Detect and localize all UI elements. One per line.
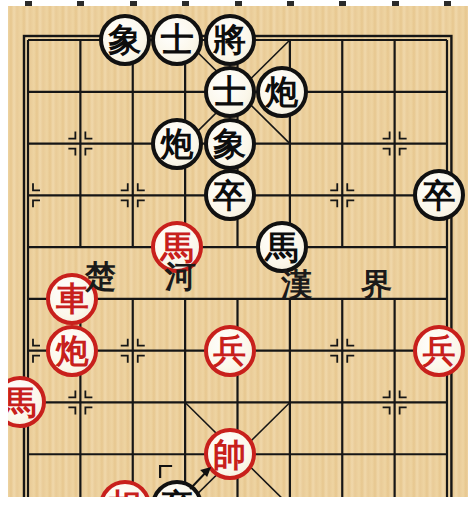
piece-glyph: 炮 [265, 75, 298, 108]
piece-black-elephant[interactable]: 象 [204, 118, 256, 170]
piece-glyph: 象 [108, 23, 141, 56]
xiangqi-board[interactable]: 象士將士炮炮象卒卒馬卒馬車炮兵兵馬帥相 楚 河 漢 界 [8, 6, 468, 497]
piece-black-advisor[interactable]: 士 [151, 14, 203, 66]
piece-black-cannon[interactable]: 炮 [256, 66, 308, 118]
piece-glyph: 兵 [213, 334, 246, 367]
piece-black-advisor[interactable]: 士 [204, 66, 256, 118]
piece-glyph: 士 [161, 23, 194, 56]
piece-glyph: 兵 [423, 334, 456, 367]
xiangqi-screenshot: 象士將士炮炮象卒卒馬卒馬車炮兵兵馬帥相 楚 河 漢 界 [0, 0, 475, 510]
piece-glyph: 將 [213, 23, 246, 56]
piece-black-soldier[interactable]: 卒 [413, 169, 465, 221]
piece-glyph: 卒 [423, 179, 456, 212]
piece-red-horse[interactable]: 馬 [8, 376, 46, 428]
piece-glyph: 車 [56, 282, 89, 315]
piece-red-cannon[interactable]: 炮 [46, 325, 98, 377]
piece-red-soldier[interactable]: 兵 [204, 325, 256, 377]
piece-glyph: 馬 [265, 231, 298, 264]
piece-glyph: 卒 [161, 489, 194, 497]
piece-red-elephant[interactable]: 相 [99, 480, 151, 497]
river-label-left: 楚 河 [85, 256, 215, 298]
piece-black-cannon[interactable]: 炮 [151, 118, 203, 170]
piece-red-soldier[interactable]: 兵 [413, 325, 465, 377]
piece-black-soldier[interactable]: 卒 [204, 169, 256, 221]
piece-glyph: 象 [213, 127, 246, 160]
piece-glyph: 炮 [56, 334, 89, 367]
piece-glyph: 士 [213, 75, 246, 108]
piece-glyph: 相 [108, 489, 141, 497]
piece-black-soldier[interactable]: 卒 [151, 480, 203, 497]
piece-red-general[interactable]: 帥 [204, 428, 256, 480]
piece-glyph: 帥 [213, 438, 246, 471]
river-label-right: 漢 界 [281, 264, 411, 306]
piece-glyph: 卒 [213, 179, 246, 212]
piece-glyph: 馬 [8, 386, 37, 419]
piece-black-elephant[interactable]: 象 [99, 14, 151, 66]
piece-black-general[interactable]: 將 [204, 14, 256, 66]
piece-glyph: 炮 [161, 127, 194, 160]
piece-grid: 象士將士炮炮象卒卒馬卒馬車炮兵兵馬帥相 [8, 14, 465, 497]
